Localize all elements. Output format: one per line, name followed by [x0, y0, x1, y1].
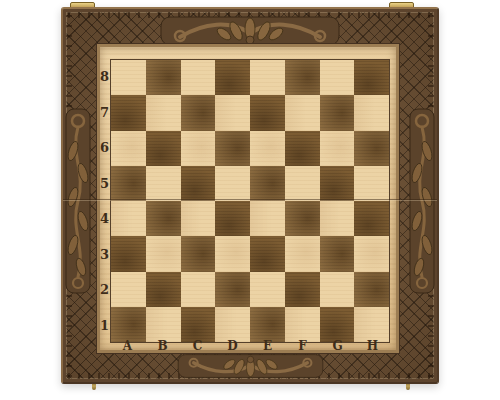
- square-d2[interactable]: [215, 272, 250, 307]
- rank-labels: 87654321: [99, 59, 110, 343]
- square-f3[interactable]: [285, 236, 320, 271]
- file-label-d: D: [215, 341, 250, 351]
- square-g6[interactable]: [320, 131, 355, 166]
- square-g7[interactable]: [320, 95, 355, 130]
- square-h6[interactable]: [354, 131, 389, 166]
- file-label-h: H: [355, 341, 390, 351]
- plume-carving-right-icon: [409, 107, 435, 295]
- file-label-e: E: [250, 341, 285, 351]
- square-c8[interactable]: [181, 60, 216, 95]
- square-e7[interactable]: [250, 95, 285, 130]
- file-label-c: C: [180, 341, 215, 351]
- square-d7[interactable]: [215, 95, 250, 130]
- square-b8[interactable]: [146, 60, 181, 95]
- square-c4[interactable]: [181, 201, 216, 236]
- file-label-f: F: [285, 341, 320, 351]
- square-e6[interactable]: [250, 131, 285, 166]
- file-label-a: A: [110, 341, 145, 351]
- square-g3[interactable]: [320, 236, 355, 271]
- square-e2[interactable]: [250, 272, 285, 307]
- rank-label-8: 8: [99, 59, 110, 95]
- chess-board: 87654321 ABCDEFGH: [61, 7, 439, 384]
- square-b2[interactable]: [146, 272, 181, 307]
- fold-seam: [63, 199, 437, 201]
- square-a5[interactable]: [111, 166, 146, 201]
- square-g1[interactable]: [320, 307, 355, 342]
- square-f1[interactable]: [285, 307, 320, 342]
- plume-carving-left-icon: [65, 107, 91, 295]
- rank-label-5: 5: [99, 166, 110, 202]
- square-a4[interactable]: [111, 201, 146, 236]
- square-e1[interactable]: [250, 307, 285, 342]
- square-f6[interactable]: [285, 131, 320, 166]
- square-a2[interactable]: [111, 272, 146, 307]
- square-h7[interactable]: [354, 95, 389, 130]
- palmette-carving-top-icon: [160, 15, 340, 47]
- square-a1[interactable]: [111, 307, 146, 342]
- rank-label-2: 2: [99, 272, 110, 308]
- square-c1[interactable]: [181, 307, 216, 342]
- square-f8[interactable]: [285, 60, 320, 95]
- square-c6[interactable]: [181, 131, 216, 166]
- palmette-carving-bottom-icon: [173, 353, 328, 379]
- rank-label-3: 3: [99, 237, 110, 273]
- square-h3[interactable]: [354, 236, 389, 271]
- square-a7[interactable]: [111, 95, 146, 130]
- square-b4[interactable]: [146, 201, 181, 236]
- square-d6[interactable]: [215, 131, 250, 166]
- square-b1[interactable]: [146, 307, 181, 342]
- square-h5[interactable]: [354, 166, 389, 201]
- square-f5[interactable]: [285, 166, 320, 201]
- rank-label-7: 7: [99, 95, 110, 131]
- square-d3[interactable]: [215, 236, 250, 271]
- square-c2[interactable]: [181, 272, 216, 307]
- square-b3[interactable]: [146, 236, 181, 271]
- square-a8[interactable]: [111, 60, 146, 95]
- file-labels: ABCDEFGH: [110, 341, 390, 351]
- square-d1[interactable]: [215, 307, 250, 342]
- square-e4[interactable]: [250, 201, 285, 236]
- square-b5[interactable]: [146, 166, 181, 201]
- square-c5[interactable]: [181, 166, 216, 201]
- square-a3[interactable]: [111, 236, 146, 271]
- square-d4[interactable]: [215, 201, 250, 236]
- square-h2[interactable]: [354, 272, 389, 307]
- rank-label-4: 4: [99, 201, 110, 237]
- square-b6[interactable]: [146, 131, 181, 166]
- square-g5[interactable]: [320, 166, 355, 201]
- square-f2[interactable]: [285, 272, 320, 307]
- photo-background: 87654321 ABCDEFGH: [0, 0, 500, 400]
- square-c7[interactable]: [181, 95, 216, 130]
- square-h1[interactable]: [354, 307, 389, 342]
- square-e3[interactable]: [250, 236, 285, 271]
- square-f4[interactable]: [285, 201, 320, 236]
- square-b7[interactable]: [146, 95, 181, 130]
- rank-label-1: 1: [99, 308, 110, 344]
- square-d5[interactable]: [215, 166, 250, 201]
- square-g8[interactable]: [320, 60, 355, 95]
- square-f7[interactable]: [285, 95, 320, 130]
- board-grid: [110, 59, 390, 343]
- square-g4[interactable]: [320, 201, 355, 236]
- file-label-b: B: [145, 341, 180, 351]
- rank-label-6: 6: [99, 130, 110, 166]
- file-label-g: G: [320, 341, 355, 351]
- square-d8[interactable]: [215, 60, 250, 95]
- square-c3[interactable]: [181, 236, 216, 271]
- square-g2[interactable]: [320, 272, 355, 307]
- square-a6[interactable]: [111, 131, 146, 166]
- square-h8[interactable]: [354, 60, 389, 95]
- square-e5[interactable]: [250, 166, 285, 201]
- square-e8[interactable]: [250, 60, 285, 95]
- square-h4[interactable]: [354, 201, 389, 236]
